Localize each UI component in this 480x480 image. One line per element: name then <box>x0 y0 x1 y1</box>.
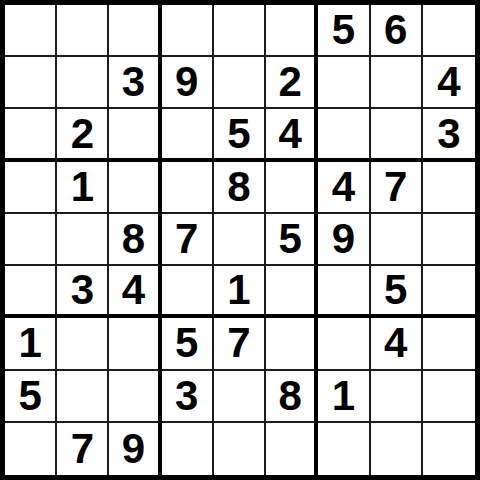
cell-r4c2[interactable]: 1 <box>57 162 109 214</box>
cell-r4c8[interactable]: 7 <box>371 162 423 214</box>
cell-r9c3[interactable]: 9 <box>109 423 161 475</box>
cell-r1c2[interactable] <box>57 5 109 57</box>
cell-r3c2[interactable]: 2 <box>57 109 109 161</box>
cell-r5c1[interactable] <box>5 214 57 266</box>
cell-r2c7[interactable] <box>318 57 370 109</box>
cell-r9c4[interactable] <box>162 423 214 475</box>
cell-r9c8[interactable] <box>371 423 423 475</box>
cell-r6c8[interactable]: 5 <box>371 266 423 318</box>
cell-r9c6[interactable] <box>266 423 318 475</box>
cell-r1c6[interactable] <box>266 5 318 57</box>
cell-r1c7[interactable]: 5 <box>318 5 370 57</box>
cell-r9c7[interactable] <box>318 423 370 475</box>
cell-r4c5[interactable]: 8 <box>214 162 266 214</box>
cell-r4c3[interactable] <box>109 162 161 214</box>
cell-r7c2[interactable] <box>57 318 109 370</box>
cell-r2c8[interactable] <box>371 57 423 109</box>
cell-r9c9[interactable] <box>423 423 475 475</box>
cell-r5c8[interactable] <box>371 214 423 266</box>
cell-r3c6[interactable]: 4 <box>266 109 318 161</box>
cell-r6c6[interactable] <box>266 266 318 318</box>
cell-r5c6[interactable]: 5 <box>266 214 318 266</box>
cell-r3c9[interactable]: 3 <box>423 109 475 161</box>
cell-r2c3[interactable]: 3 <box>109 57 161 109</box>
cell-r6c7[interactable] <box>318 266 370 318</box>
cell-r1c1[interactable] <box>5 5 57 57</box>
cell-r7c7[interactable] <box>318 318 370 370</box>
cell-r3c1[interactable] <box>5 109 57 161</box>
cell-r7c9[interactable] <box>423 318 475 370</box>
cell-r7c1[interactable]: 1 <box>5 318 57 370</box>
cell-r5c3[interactable]: 8 <box>109 214 161 266</box>
cell-r3c7[interactable] <box>318 109 370 161</box>
cell-r6c1[interactable] <box>5 266 57 318</box>
cell-r5c7[interactable]: 9 <box>318 214 370 266</box>
cell-r1c8[interactable]: 6 <box>371 5 423 57</box>
cell-r8c4[interactable]: 3 <box>162 371 214 423</box>
cell-r7c6[interactable] <box>266 318 318 370</box>
cell-r8c1[interactable]: 5 <box>5 371 57 423</box>
cell-r7c5[interactable]: 7 <box>214 318 266 370</box>
cell-r2c5[interactable] <box>214 57 266 109</box>
cell-r5c4[interactable]: 7 <box>162 214 214 266</box>
cell-r7c3[interactable] <box>109 318 161 370</box>
cell-r3c5[interactable]: 5 <box>214 109 266 161</box>
cell-r8c5[interactable] <box>214 371 266 423</box>
cell-r6c3[interactable]: 4 <box>109 266 161 318</box>
cell-r2c1[interactable] <box>5 57 57 109</box>
cell-r8c9[interactable] <box>423 371 475 423</box>
cell-r4c7[interactable]: 4 <box>318 162 370 214</box>
cell-r3c8[interactable] <box>371 109 423 161</box>
cell-r5c5[interactable] <box>214 214 266 266</box>
cell-r4c9[interactable] <box>423 162 475 214</box>
cell-r6c4[interactable] <box>162 266 214 318</box>
cell-r7c4[interactable]: 5 <box>162 318 214 370</box>
cell-r8c8[interactable] <box>371 371 423 423</box>
cell-r4c6[interactable] <box>266 162 318 214</box>
cell-r8c6[interactable]: 8 <box>266 371 318 423</box>
cell-r8c2[interactable] <box>57 371 109 423</box>
cell-r6c5[interactable]: 1 <box>214 266 266 318</box>
cell-r4c1[interactable] <box>5 162 57 214</box>
cell-r9c5[interactable] <box>214 423 266 475</box>
cell-r2c2[interactable] <box>57 57 109 109</box>
cell-r4c4[interactable] <box>162 162 214 214</box>
cell-r6c2[interactable]: 3 <box>57 266 109 318</box>
sudoku-board: 56392425431847875934151574538179 <box>0 0 480 480</box>
cell-r9c1[interactable] <box>5 423 57 475</box>
cell-r2c9[interactable]: 4 <box>423 57 475 109</box>
cell-r5c9[interactable] <box>423 214 475 266</box>
cell-r1c3[interactable] <box>109 5 161 57</box>
cell-r5c2[interactable] <box>57 214 109 266</box>
cell-r2c4[interactable]: 9 <box>162 57 214 109</box>
cell-r7c8[interactable]: 4 <box>371 318 423 370</box>
cell-r1c9[interactable] <box>423 5 475 57</box>
cell-r3c3[interactable] <box>109 109 161 161</box>
cell-r2c6[interactable]: 2 <box>266 57 318 109</box>
cell-r8c3[interactable] <box>109 371 161 423</box>
cell-r3c4[interactable] <box>162 109 214 161</box>
cell-r8c7[interactable]: 1 <box>318 371 370 423</box>
cell-r9c2[interactable]: 7 <box>57 423 109 475</box>
cell-r6c9[interactable] <box>423 266 475 318</box>
cell-r1c5[interactable] <box>214 5 266 57</box>
cell-r1c4[interactable] <box>162 5 214 57</box>
